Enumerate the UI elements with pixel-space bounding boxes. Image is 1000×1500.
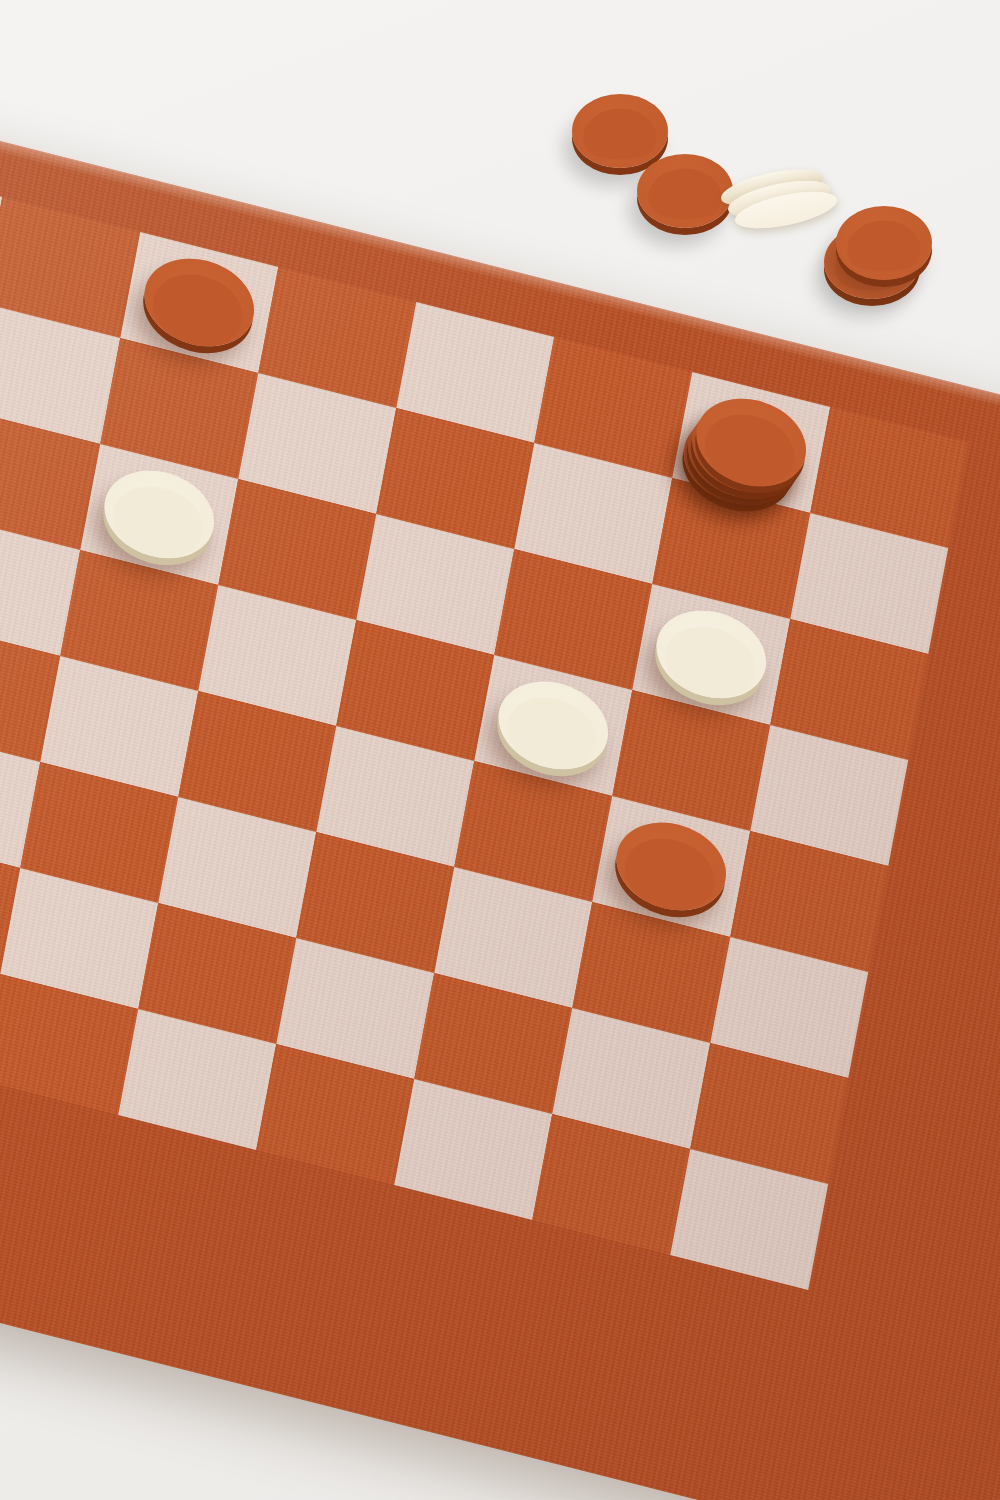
checker-glyph: ● <box>572 102 668 159</box>
off-board-checker-orange[interactable]: ● <box>637 154 733 228</box>
off-board-checker-orange[interactable]: ● <box>836 206 932 280</box>
off-board-checker-orange[interactable]: ● <box>572 94 668 168</box>
checker-glyph: ● <box>637 162 733 219</box>
checker-glyph: ● <box>836 214 932 271</box>
